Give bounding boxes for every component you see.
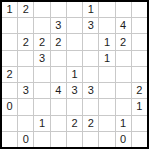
grid-cell[interactable] bbox=[132, 67, 147, 82]
clue-cell[interactable]: 2 bbox=[83, 116, 98, 131]
clue-cell[interactable]: 2 bbox=[116, 34, 131, 49]
grid-cell[interactable] bbox=[132, 132, 147, 147]
grid-cell[interactable] bbox=[116, 2, 131, 17]
clue-cell[interactable]: 1 bbox=[132, 99, 147, 114]
grid-cell[interactable] bbox=[51, 67, 66, 82]
clue-cell[interactable]: 1 bbox=[34, 116, 49, 131]
grid-cell[interactable] bbox=[18, 51, 33, 66]
grid-cell[interactable] bbox=[67, 51, 82, 66]
grid-cell[interactable] bbox=[2, 116, 17, 131]
grid-cell[interactable] bbox=[67, 18, 82, 33]
grid-cell[interactable] bbox=[34, 67, 49, 82]
grid-cell[interactable] bbox=[34, 18, 49, 33]
grid-cell[interactable] bbox=[83, 34, 98, 49]
clue-cell[interactable]: 2 bbox=[2, 67, 17, 82]
clue-cell[interactable]: 0 bbox=[116, 132, 131, 147]
grid-cell[interactable] bbox=[2, 34, 17, 49]
grid-cell[interactable] bbox=[99, 67, 114, 82]
clue-cell[interactable]: 3 bbox=[67, 83, 82, 98]
grid-cell[interactable] bbox=[116, 67, 131, 82]
clue-cell[interactable]: 3 bbox=[18, 83, 33, 98]
grid-cell[interactable] bbox=[132, 2, 147, 17]
grid-cell[interactable] bbox=[132, 51, 147, 66]
grid-cell[interactable] bbox=[67, 99, 82, 114]
clue-cell[interactable]: 2 bbox=[34, 34, 49, 49]
clue-cell[interactable]: 0 bbox=[18, 132, 33, 147]
grid-cell[interactable] bbox=[18, 18, 33, 33]
grid-cell[interactable] bbox=[51, 2, 66, 17]
grid-cell[interactable] bbox=[2, 132, 17, 147]
grid-cell[interactable] bbox=[67, 2, 82, 17]
clue-cell[interactable]: 3 bbox=[51, 18, 66, 33]
clue-cell[interactable]: 1 bbox=[99, 34, 114, 49]
grid-cell[interactable] bbox=[99, 99, 114, 114]
clue-cell[interactable]: 1 bbox=[67, 67, 82, 82]
clue-cell[interactable]: 3 bbox=[34, 51, 49, 66]
grid-cell[interactable] bbox=[116, 99, 131, 114]
grid-cell[interactable] bbox=[67, 132, 82, 147]
grid-cell[interactable] bbox=[2, 83, 17, 98]
grid-cell[interactable] bbox=[132, 116, 147, 131]
grid-cell[interactable] bbox=[18, 99, 33, 114]
clue-cell[interactable]: 1 bbox=[99, 51, 114, 66]
clue-cell[interactable]: 3 bbox=[83, 18, 98, 33]
grid-cell[interactable] bbox=[99, 116, 114, 131]
clue-cell[interactable]: 2 bbox=[18, 34, 33, 49]
clue-cell[interactable]: 2 bbox=[67, 116, 82, 131]
grid-cell[interactable] bbox=[2, 18, 17, 33]
grid-cell[interactable] bbox=[18, 116, 33, 131]
clue-cell[interactable]: 1 bbox=[2, 2, 17, 17]
grid-cell[interactable] bbox=[67, 34, 82, 49]
puzzle-board: 1213342221231213433201122100 bbox=[0, 0, 149, 149]
grid-cell[interactable] bbox=[83, 132, 98, 147]
grid-cell[interactable] bbox=[132, 18, 147, 33]
grid-cell[interactable] bbox=[18, 67, 33, 82]
grid-cell[interactable] bbox=[99, 2, 114, 17]
grid-cell[interactable] bbox=[51, 99, 66, 114]
grid-cell[interactable] bbox=[83, 51, 98, 66]
clue-cell[interactable]: 2 bbox=[132, 83, 147, 98]
clue-cell[interactable]: 0 bbox=[2, 99, 17, 114]
grid-cell[interactable] bbox=[116, 83, 131, 98]
grid-cell[interactable] bbox=[51, 132, 66, 147]
clue-cell[interactable]: 4 bbox=[116, 18, 131, 33]
clue-cell[interactable]: 1 bbox=[83, 2, 98, 17]
grid-cell[interactable] bbox=[132, 34, 147, 49]
grid-cell[interactable] bbox=[51, 116, 66, 131]
clue-cell[interactable]: 2 bbox=[18, 2, 33, 17]
clue-cell[interactable]: 3 bbox=[83, 83, 98, 98]
grid-cell[interactable] bbox=[99, 132, 114, 147]
grid-cell[interactable] bbox=[99, 83, 114, 98]
clue-cell[interactable]: 2 bbox=[51, 34, 66, 49]
grid-cell[interactable] bbox=[99, 18, 114, 33]
grid-cell[interactable] bbox=[34, 83, 49, 98]
grid-cell[interactable] bbox=[51, 51, 66, 66]
grid-cell[interactable] bbox=[34, 2, 49, 17]
clue-cell[interactable]: 4 bbox=[51, 83, 66, 98]
clue-cell[interactable]: 1 bbox=[116, 116, 131, 131]
grid-cell[interactable] bbox=[83, 99, 98, 114]
grid-cell[interactable] bbox=[34, 99, 49, 114]
grid-cell[interactable] bbox=[2, 51, 17, 66]
grid-cell[interactable] bbox=[34, 132, 49, 147]
grid-cell[interactable] bbox=[83, 67, 98, 82]
grid-cell[interactable] bbox=[116, 51, 131, 66]
